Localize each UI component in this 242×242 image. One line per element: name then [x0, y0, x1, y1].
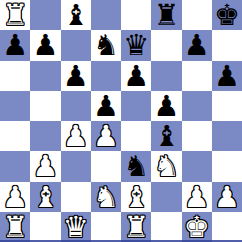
square-e5[interactable] [121, 91, 151, 121]
white-pawn-icon[interactable]: ♟ [32, 151, 58, 181]
square-g7[interactable]: ♟ [182, 30, 212, 60]
black-pawn-icon[interactable]: ♟ [153, 91, 179, 121]
square-d8[interactable] [91, 0, 121, 30]
square-h5[interactable] [212, 91, 242, 121]
square-b8[interactable] [30, 0, 60, 30]
square-b6[interactable] [30, 61, 60, 91]
white-queen-icon[interactable]: ♛ [63, 212, 89, 242]
square-e7[interactable]: ♛ [121, 30, 151, 60]
black-pawn-icon[interactable]: ♟ [63, 61, 89, 91]
square-b7[interactable]: ♟ [30, 30, 60, 60]
white-pawn-icon[interactable]: ♟ [214, 182, 240, 212]
white-rook-icon[interactable]: ♜ [2, 212, 28, 242]
square-g3[interactable] [182, 151, 212, 181]
square-c5[interactable] [61, 91, 91, 121]
white-pawn-icon[interactable]: ♟ [2, 182, 28, 212]
square-h8[interactable]: ♚ [212, 0, 242, 30]
chess-board: ♜♝♜♚♟♟♞♛♟♟♟♟♟♟♟♟♝♟♞♞♟♝♞♝♟♟♜♛♜♚ [0, 0, 242, 242]
white-pawn-icon[interactable]: ♟ [184, 182, 210, 212]
white-rook-icon[interactable]: ♜ [2, 0, 28, 30]
white-knight-icon[interactable]: ♞ [153, 151, 179, 181]
black-bishop-icon[interactable]: ♝ [153, 121, 179, 151]
white-pawn-icon[interactable]: ♟ [63, 121, 89, 151]
square-d4[interactable]: ♟ [91, 121, 121, 151]
square-b1[interactable] [30, 212, 60, 242]
square-g2[interactable]: ♟ [182, 182, 212, 212]
square-h3[interactable] [212, 151, 242, 181]
square-g1[interactable]: ♚ [182, 212, 212, 242]
square-c4[interactable]: ♟ [61, 121, 91, 151]
square-d2[interactable]: ♞ [91, 182, 121, 212]
white-king-icon[interactable]: ♚ [184, 212, 210, 242]
white-bishop-icon[interactable]: ♝ [32, 182, 58, 212]
square-b5[interactable] [30, 91, 60, 121]
square-f3[interactable]: ♞ [151, 151, 181, 181]
white-knight-icon[interactable]: ♞ [93, 182, 119, 212]
square-a4[interactable] [0, 121, 30, 151]
square-a8[interactable]: ♜ [0, 0, 30, 30]
square-d5[interactable]: ♟ [91, 91, 121, 121]
square-e3[interactable]: ♞ [121, 151, 151, 181]
black-pawn-icon[interactable]: ♟ [184, 30, 210, 60]
black-pawn-icon[interactable]: ♟ [2, 30, 28, 60]
black-pawn-icon[interactable]: ♟ [32, 30, 58, 60]
square-c6[interactable]: ♟ [61, 61, 91, 91]
square-d3[interactable] [91, 151, 121, 181]
square-h7[interactable] [212, 30, 242, 60]
square-h1[interactable] [212, 212, 242, 242]
square-f7[interactable] [151, 30, 181, 60]
square-h4[interactable] [212, 121, 242, 151]
square-f8[interactable]: ♜ [151, 0, 181, 30]
square-a1[interactable]: ♜ [0, 212, 30, 242]
square-d7[interactable]: ♞ [91, 30, 121, 60]
square-a3[interactable] [0, 151, 30, 181]
black-bishop-icon[interactable]: ♝ [63, 0, 89, 30]
square-g5[interactable] [182, 91, 212, 121]
square-a7[interactable]: ♟ [0, 30, 30, 60]
black-knight-icon[interactable]: ♞ [123, 151, 149, 181]
black-knight-icon[interactable]: ♞ [93, 30, 119, 60]
square-a2[interactable]: ♟ [0, 182, 30, 212]
square-c1[interactable]: ♛ [61, 212, 91, 242]
black-pawn-icon[interactable]: ♟ [123, 61, 149, 91]
square-e6[interactable]: ♟ [121, 61, 151, 91]
square-f1[interactable] [151, 212, 181, 242]
square-b2[interactable]: ♝ [30, 182, 60, 212]
square-c8[interactable]: ♝ [61, 0, 91, 30]
white-pawn-icon[interactable]: ♟ [93, 121, 119, 151]
black-queen-icon[interactable]: ♛ [123, 30, 149, 60]
black-king-icon[interactable]: ♚ [214, 0, 240, 30]
square-e4[interactable] [121, 121, 151, 151]
white-bishop-icon[interactable]: ♝ [123, 182, 149, 212]
black-pawn-icon[interactable]: ♟ [214, 61, 240, 91]
square-h2[interactable]: ♟ [212, 182, 242, 212]
square-d6[interactable] [91, 61, 121, 91]
square-e2[interactable]: ♝ [121, 182, 151, 212]
square-f4[interactable]: ♝ [151, 121, 181, 151]
black-pawn-icon[interactable]: ♟ [93, 91, 119, 121]
square-d1[interactable] [91, 212, 121, 242]
square-f5[interactable]: ♟ [151, 91, 181, 121]
square-c3[interactable] [61, 151, 91, 181]
black-rook-icon[interactable]: ♜ [153, 0, 179, 30]
square-c7[interactable] [61, 30, 91, 60]
square-a6[interactable] [0, 61, 30, 91]
square-h6[interactable]: ♟ [212, 61, 242, 91]
square-g4[interactable] [182, 121, 212, 151]
square-c2[interactable] [61, 182, 91, 212]
square-e1[interactable]: ♜ [121, 212, 151, 242]
square-g6[interactable] [182, 61, 212, 91]
square-f6[interactable] [151, 61, 181, 91]
square-g8[interactable] [182, 0, 212, 30]
square-f2[interactable] [151, 182, 181, 212]
square-e8[interactable] [121, 0, 151, 30]
white-rook-icon[interactable]: ♜ [123, 212, 149, 242]
square-a5[interactable] [0, 91, 30, 121]
square-b3[interactable]: ♟ [30, 151, 60, 181]
square-b4[interactable] [30, 121, 60, 151]
